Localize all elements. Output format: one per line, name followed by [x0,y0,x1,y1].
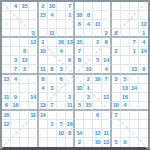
cell-r14-c0[interactable] [2,129,11,138]
cell-r6-c14[interactable] [130,56,139,65]
cell-r10-c6[interactable] [57,93,66,102]
cell-r15-c2[interactable] [20,138,29,147]
cell-r13-c1[interactable] [11,120,20,129]
cell-r8-c1[interactable]: 4 [11,75,20,84]
cell-r8-c5[interactable] [48,75,57,84]
cell-r3-c8[interactable] [75,29,84,38]
cell-r15-c15[interactable] [139,138,148,147]
cell-r5-c11[interactable] [102,47,111,56]
cell-r15-c0[interactable] [2,138,11,147]
cell-r8-c4[interactable]: 8 [39,75,48,84]
cell-r2-c1[interactable] [11,20,20,29]
cell-r10-c1[interactable]: 9 [11,93,20,102]
cell-r11-c1[interactable]: 16 [11,102,20,111]
cell-r15-c9[interactable] [84,138,93,147]
cell-r15-c12[interactable]: 5 [112,138,121,147]
cell-r11-c0[interactable]: 6 [2,102,11,111]
cell-r15-c10[interactable]: 10 [93,138,102,147]
cell-r14-c11[interactable]: 11 [102,129,111,138]
cell-r13-c13[interactable] [121,120,130,129]
cell-r2-c9[interactable]: 4 [84,20,93,29]
cell-r1-c13[interactable] [121,11,130,20]
cell-r2-c10[interactable]: 11 [93,20,102,29]
cell-r8-c0[interactable]: 13 [2,75,11,84]
cell-r12-c12[interactable]: 7 [112,111,121,120]
cell-r2-c3[interactable] [29,20,38,29]
cell-r8-c14[interactable] [130,75,139,84]
cell-r9-c12[interactable] [112,84,121,93]
cell-r3-c14[interactable] [130,29,139,38]
cell-r2-c13[interactable] [121,20,130,29]
cell-r1-c6[interactable] [57,11,66,20]
cell-r11-c13[interactable]: 4 [121,102,130,111]
cell-r10-c15[interactable] [139,93,148,102]
cell-r7-c8[interactable] [75,65,84,74]
cell-r0-c1[interactable]: 4 [11,2,20,11]
cell-r15-c1[interactable] [11,138,20,147]
cell-r1-c3[interactable] [29,11,38,20]
cell-r8-c9[interactable]: 2 [84,75,93,84]
cell-r15-c7[interactable] [66,138,75,147]
cell-r8-c2[interactable] [20,75,29,84]
cell-r6-c7[interactable]: 6 [66,56,75,65]
cell-r10-c2[interactable] [20,93,29,102]
cell-r2-c4[interactable] [39,20,48,29]
cell-r11-c14[interactable] [130,102,139,111]
cell-r8-c12[interactable]: 3 [112,75,121,84]
cell-r3-c0[interactable] [2,29,11,38]
cell-r7-c5[interactable]: 8 [48,65,57,74]
cell-r11-c5[interactable]: 7 [48,102,57,111]
cell-r10-c14[interactable] [130,93,139,102]
cell-r2-c0[interactable] [2,20,11,29]
cell-r0-c7[interactable]: 7 [66,2,75,11]
cell-r5-c12[interactable]: 2 [112,47,121,56]
cell-r2-c15[interactable]: 12 [139,20,148,29]
cell-r0-c11[interactable] [102,2,111,11]
cell-r4-c8[interactable]: 15 [75,38,84,47]
cell-r13-c5[interactable]: 1 [48,120,57,129]
cell-r6-c2[interactable]: 13 [20,56,29,65]
cell-r15-c4[interactable] [39,138,48,147]
cell-r2-c11[interactable] [102,20,111,29]
cell-r10-c7[interactable]: 2 [66,93,75,102]
cell-r0-c5[interactable]: 10 [48,2,57,11]
cell-r3-c1[interactable] [11,29,20,38]
cell-r2-c8[interactable]: 6 [75,20,84,29]
cell-r2-c2[interactable] [20,20,29,29]
cell-r6-c11[interactable]: 14 [102,56,111,65]
cell-r15-c14[interactable] [130,138,139,147]
cell-r4-c4[interactable]: 1 [39,38,48,47]
cell-r6-c12[interactable] [112,56,121,65]
cell-r14-c3[interactable] [29,129,38,138]
cell-r15-c6[interactable] [57,138,66,147]
cell-r9-c7[interactable] [66,84,75,93]
cell-r4-c9[interactable] [84,38,93,47]
cell-r0-c9[interactable] [84,2,93,11]
cell-r14-c1[interactable] [11,129,20,138]
cell-r8-c8[interactable] [75,75,84,84]
cell-r1-c11[interactable] [102,11,111,20]
cell-r14-c10[interactable]: 12 [93,129,102,138]
cell-r10-c3[interactable]: 14 [29,93,38,102]
cell-r10-c9[interactable]: 3 [84,93,93,102]
cell-r8-c15[interactable] [139,75,148,84]
cell-r11-c9[interactable]: 15 [84,102,93,111]
cell-r3-c15[interactable]: 1 [139,29,148,38]
cell-r3-c11[interactable]: 2 [102,29,111,38]
cell-r8-c11[interactable]: 7 [102,75,111,84]
cell-r12-c3[interactable]: 11 [29,111,38,120]
cell-r6-c8[interactable]: 8 [75,56,84,65]
cell-r7-c14[interactable]: 13 [130,65,139,74]
cell-r3-c10[interactable] [93,29,102,38]
cell-r4-c0[interactable] [2,38,11,47]
cell-r7-c15[interactable]: 9 [139,65,148,74]
cell-r4-c15[interactable]: 4 [139,38,148,47]
cell-r1-c7[interactable]: 1 [66,11,75,20]
cell-r13-c6[interactable]: 7 [57,120,66,129]
cell-r14-c5[interactable] [48,129,57,138]
cell-r10-c11[interactable]: 12 [102,93,111,102]
cell-r13-c4[interactable] [39,120,48,129]
cell-r11-c2[interactable] [20,102,29,111]
cell-r3-c5[interactable]: 11 [48,29,57,38]
cell-r5-c4[interactable]: 10 [39,47,48,56]
cell-r12-c7[interactable] [66,111,75,120]
cell-r4-c7[interactable]: 13 [66,38,75,47]
cell-r5-c14[interactable]: 1 [130,47,139,56]
cell-r1-c10[interactable] [93,11,102,20]
cell-r13-c12[interactable] [112,120,121,129]
cell-r11-c10[interactable] [93,102,102,111]
cell-r13-c8[interactable] [75,120,84,129]
cell-r2-c5[interactable] [48,20,57,29]
cell-r0-c10[interactable] [93,2,102,11]
cell-r4-c5[interactable] [48,38,57,47]
cell-r9-c8[interactable]: 10 [75,84,84,93]
cell-r6-c1[interactable]: 3 [11,56,20,65]
cell-r9-c9[interactable]: 1 [84,84,93,93]
cell-r6-c5[interactable] [48,56,57,65]
cell-r9-c11[interactable] [102,84,111,93]
cell-r14-c12[interactable] [112,129,121,138]
cell-r8-c6[interactable]: 6 [57,75,66,84]
cell-r7-c9[interactable]: 10 [84,65,93,74]
cell-r12-c2[interactable] [20,111,29,120]
cell-r0-c4[interactable]: 2 [39,2,48,11]
cell-r12-c1[interactable] [11,111,20,120]
cell-r11-c4[interactable]: 13 [39,102,48,111]
cell-r11-c6[interactable] [57,102,66,111]
cell-r2-c12[interactable] [112,20,121,29]
cell-r13-c3[interactable] [29,120,38,129]
cell-r14-c7[interactable]: 8 [66,129,75,138]
cell-r12-c10[interactable]: 6 [93,111,102,120]
cell-r1-c8[interactable]: 16 [75,11,84,20]
cell-r7-c10[interactable] [93,65,102,74]
cell-r8-c10[interactable]: 16 [93,75,102,84]
cell-r7-c2[interactable]: 2 [20,65,29,74]
cell-r11-c15[interactable] [139,102,148,111]
cell-r0-c8[interactable] [75,2,84,11]
cell-r6-c6[interactable] [57,56,66,65]
cell-r11-c11[interactable] [102,102,111,111]
sudoku-app-window: 4152107154116864111231128112116131526746… [0,0,150,150]
cell-r4-c1[interactable] [11,38,20,47]
cell-r0-c14[interactable] [130,2,139,11]
cell-r8-c7[interactable] [66,75,75,84]
cell-r14-c13[interactable] [121,129,130,138]
cell-r12-c6[interactable] [57,111,66,120]
cell-r3-c7[interactable] [66,29,75,38]
cell-r7-c12[interactable] [112,65,121,74]
cell-r4-c14[interactable]: 7 [130,38,139,47]
cell-r3-c2[interactable] [20,29,29,38]
cell-r5-c13[interactable] [121,47,130,56]
cell-r12-c4[interactable]: 14 [39,111,48,120]
cell-r15-c5[interactable] [48,138,57,147]
cell-r10-c12[interactable] [112,93,121,102]
cell-r1-c15[interactable] [139,11,148,20]
cell-r13-c10[interactable] [93,120,102,129]
cell-r1-c14[interactable] [130,11,139,20]
cell-r9-c2[interactable] [20,84,29,93]
cell-r4-c10[interactable]: 2 [93,38,102,47]
cell-r3-c9[interactable] [84,29,93,38]
cell-r3-c6[interactable] [57,29,66,38]
cell-r14-c14[interactable] [130,129,139,138]
cell-r1-c9[interactable]: 8 [84,11,93,20]
cell-r11-c7[interactable]: 11 [66,102,75,111]
cell-r7-c7[interactable] [66,65,75,74]
cell-r1-c2[interactable] [20,11,29,20]
cell-r7-c11[interactable]: 4 [102,65,111,74]
cell-r0-c15[interactable] [139,2,148,11]
cell-r5-c9[interactable] [84,47,93,56]
cell-r9-c4[interactable]: 4 [39,84,48,93]
cell-r9-c1[interactable] [11,84,20,93]
cell-r3-c13[interactable] [121,29,130,38]
cell-r4-c11[interactable]: 6 [102,38,111,47]
cell-r1-c0[interactable] [2,11,11,20]
cell-r2-c14[interactable] [130,20,139,29]
cell-r1-c4[interactable]: 15 [39,11,48,20]
cell-r14-c15[interactable] [139,129,148,138]
cell-r13-c0[interactable]: 12 [2,120,11,129]
cell-r9-c5[interactable]: 3 [48,84,57,93]
cell-r12-c5[interactable] [48,111,57,120]
cell-r12-c8[interactable] [75,111,84,120]
cell-r2-c7[interactable] [66,20,75,29]
cell-r0-c0[interactable] [2,2,11,11]
cell-r10-c5[interactable] [48,93,57,102]
cell-r8-c3[interactable] [29,75,38,84]
cell-r13-c7[interactable]: 16 [66,120,75,129]
cell-r5-c6[interactable]: 4 [57,47,66,56]
cell-r12-c9[interactable] [84,111,93,120]
cell-r11-c12[interactable]: 10 [112,102,121,111]
cell-r5-c10[interactable] [93,47,102,56]
cell-r7-c13[interactable] [121,65,130,74]
cell-r0-c2[interactable]: 15 [20,2,29,11]
cell-r9-c0[interactable] [2,84,11,93]
cell-r13-c15[interactable] [139,120,148,129]
cell-r1-c12[interactable] [112,11,121,20]
cell-r6-c9[interactable] [84,56,93,65]
cell-r12-c0[interactable]: 16 [2,111,11,120]
cell-r9-c14[interactable]: 14 [130,84,139,93]
cell-r14-c2[interactable] [20,129,29,138]
cell-r12-c14[interactable] [130,111,139,120]
cell-r11-c3[interactable] [29,102,38,111]
cell-r0-c6[interactable] [57,2,66,11]
cell-r8-c13[interactable]: 5 [121,75,130,84]
cell-r7-c4[interactable]: 11 [39,65,48,74]
sudoku-board: 4152107154116864111231128112116131526746… [0,0,150,150]
cell-r14-c8[interactable]: 14 [75,129,84,138]
cell-r12-c11[interactable] [102,111,111,120]
cell-r5-c3[interactable] [29,47,38,56]
cell-r13-c9[interactable] [84,120,93,129]
cell-r7-c6[interactable]: 3 [57,65,66,74]
cell-r15-c3[interactable] [29,138,38,147]
cell-r12-c13[interactable] [121,111,130,120]
cell-r13-c14[interactable] [130,120,139,129]
cell-r9-c15[interactable] [139,84,148,93]
cell-r14-c4[interactable] [39,129,48,138]
cell-r5-c1[interactable] [11,47,20,56]
cell-r11-c8[interactable]: 5 [75,102,84,111]
cell-r7-c1[interactable]: 7 [11,65,20,74]
cell-r3-c3[interactable]: 3 [29,29,38,38]
cell-r1-c1[interactable] [11,11,20,20]
cell-r4-c3[interactable]: 12 [29,38,38,47]
cell-r9-c10[interactable] [93,84,102,93]
cell-r10-c8[interactable] [75,93,84,102]
cell-r15-c13[interactable]: 9 [121,138,130,147]
cell-r9-c3[interactable] [29,84,38,93]
cell-r4-c6[interactable]: 16 [57,38,66,47]
cell-r15-c11[interactable]: 13 [102,138,111,147]
cell-r4-c2[interactable] [20,38,29,47]
cell-r6-c13[interactable] [121,56,130,65]
cell-r10-c13[interactable]: 16 [121,93,130,102]
cell-r10-c10[interactable] [93,93,102,102]
cell-r0-c3[interactable] [29,2,38,11]
cell-r4-c13[interactable] [121,38,130,47]
cell-r6-c0[interactable] [2,56,11,65]
cell-r7-c0[interactable] [2,65,11,74]
cell-r13-c11[interactable] [102,120,111,129]
cell-r6-c3[interactable] [29,56,38,65]
cell-r0-c12[interactable] [112,2,121,11]
cell-r4-c12[interactable] [112,38,121,47]
cell-r6-c4[interactable] [39,56,48,65]
cell-r0-c13[interactable] [121,2,130,11]
cell-r6-c10[interactable]: 5 [93,56,102,65]
cell-r3-c12[interactable]: 8 [112,29,121,38]
cell-r5-c0[interactable] [2,47,11,56]
cell-r5-c2[interactable]: 6 [20,47,29,56]
cell-r14-c6[interactable]: 10 [57,129,66,138]
cell-r5-c15[interactable]: 14 [139,47,148,56]
cell-r3-c4[interactable] [39,29,48,38]
cell-r5-c8[interactable]: 7 [75,47,84,56]
cell-r10-c4[interactable] [39,93,48,102]
cell-r9-c13[interactable]: 13 [121,84,130,93]
cell-r6-c15[interactable] [139,56,148,65]
cell-r5-c5[interactable] [48,47,57,56]
cell-r15-c8[interactable]: 2 [75,138,84,147]
cell-r5-c7[interactable] [66,47,75,56]
cell-r1-c5[interactable]: 4 [48,11,57,20]
cell-r9-c6[interactable] [57,84,66,93]
cell-r13-c2[interactable] [20,120,29,129]
cell-r12-c15[interactable] [139,111,148,120]
cell-r14-c9[interactable] [84,129,93,138]
cell-r10-c0[interactable]: 11 [2,93,11,102]
cell-r2-c6[interactable] [57,20,66,29]
cell-r7-c3[interactable] [29,65,38,74]
